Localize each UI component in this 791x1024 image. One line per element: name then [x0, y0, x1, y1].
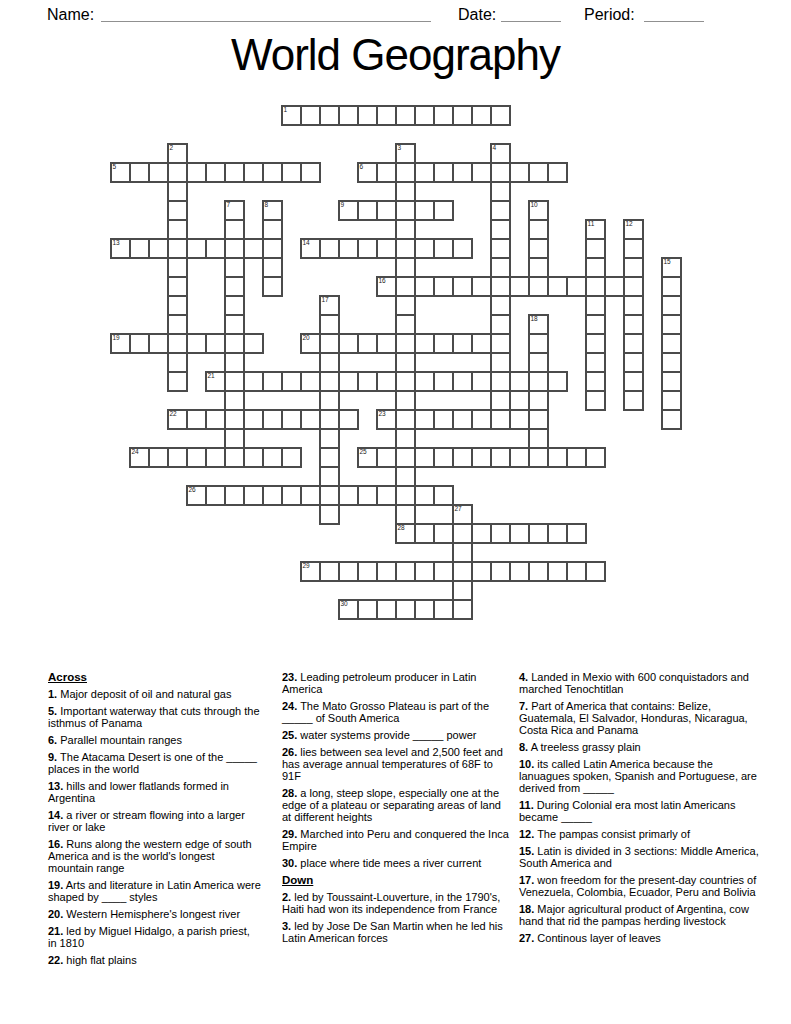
grid-cell[interactable]: [244, 163, 263, 182]
grid-cell[interactable]: 17: [320, 296, 339, 315]
grid-cell[interactable]: [396, 277, 415, 296]
clue-across-6: 6. Parallel mountain ranges: [48, 734, 261, 746]
clue-down-7: 7. Part of America that contains: Belize…: [519, 700, 765, 736]
grid-cell[interactable]: [529, 220, 548, 239]
grid-cell[interactable]: [377, 562, 396, 581]
grid-cell[interactable]: 10: [529, 201, 548, 220]
grid-cell[interactable]: [434, 448, 453, 467]
grid-cell[interactable]: [586, 353, 605, 372]
grid-cell[interactable]: [206, 448, 225, 467]
grid-cell[interactable]: [396, 372, 415, 391]
grid-cell[interactable]: [415, 239, 434, 258]
grid-cell[interactable]: 23: [377, 410, 396, 429]
grid-cell[interactable]: 6: [358, 163, 377, 182]
grid-cell[interactable]: [624, 277, 643, 296]
grid-cell[interactable]: [225, 410, 244, 429]
grid-cell[interactable]: [244, 239, 263, 258]
grid-cell[interactable]: [282, 163, 301, 182]
grid-cell[interactable]: [529, 372, 548, 391]
grid-cell[interactable]: [339, 239, 358, 258]
clue-across-29: 29. Marched into Peru and conquered the …: [282, 828, 511, 852]
grid-cell[interactable]: [567, 448, 586, 467]
grid-cell[interactable]: [624, 372, 643, 391]
grid-cell[interactable]: [472, 372, 491, 391]
grid-cell[interactable]: [320, 562, 339, 581]
grid-cell[interactable]: [586, 296, 605, 315]
grid-cell[interactable]: [320, 106, 339, 125]
grid-cell[interactable]: [396, 239, 415, 258]
grid-cell[interactable]: 14: [301, 239, 320, 258]
grid-cell[interactable]: [206, 486, 225, 505]
clue-number: 7: [227, 201, 231, 209]
grid-cell[interactable]: [168, 201, 187, 220]
grid-cell[interactable]: [586, 334, 605, 353]
grid-cell[interactable]: [662, 372, 681, 391]
grid-cell[interactable]: [510, 410, 529, 429]
grid-cell[interactable]: [168, 296, 187, 315]
grid-cell[interactable]: [491, 258, 510, 277]
grid-cell[interactable]: [206, 410, 225, 429]
grid-cell[interactable]: [339, 562, 358, 581]
grid-cell[interactable]: [263, 258, 282, 277]
grid-cell[interactable]: [434, 600, 453, 619]
grid-cell[interactable]: [396, 163, 415, 182]
grid-cell[interactable]: [396, 391, 415, 410]
grid-cell[interactable]: [301, 486, 320, 505]
grid-cell[interactable]: [510, 448, 529, 467]
grid-cell[interactable]: [586, 391, 605, 410]
grid-cell[interactable]: 20: [301, 334, 320, 353]
grid-cell[interactable]: 9: [339, 201, 358, 220]
grid-cell[interactable]: [434, 486, 453, 505]
grid-cell[interactable]: [377, 486, 396, 505]
grid-cell[interactable]: [396, 429, 415, 448]
grid-cell[interactable]: [320, 467, 339, 486]
grid-cell[interactable]: [225, 391, 244, 410]
grid-cell[interactable]: [396, 296, 415, 315]
grid-cell[interactable]: [225, 429, 244, 448]
grid-cell[interactable]: [225, 353, 244, 372]
grid-cell[interactable]: [301, 372, 320, 391]
grid-cell[interactable]: [586, 258, 605, 277]
grid-cell[interactable]: 5: [111, 163, 130, 182]
grid-cell[interactable]: [453, 448, 472, 467]
grid-cell[interactable]: 30: [339, 600, 358, 619]
grid-cell[interactable]: [225, 486, 244, 505]
grid-cell[interactable]: [263, 239, 282, 258]
grid-cell[interactable]: [130, 334, 149, 353]
grid-cell[interactable]: [586, 239, 605, 258]
grid-cell[interactable]: [396, 220, 415, 239]
grid-cell[interactable]: [567, 277, 586, 296]
grid-cell[interactable]: [396, 201, 415, 220]
grid-cell[interactable]: [491, 391, 510, 410]
grid-cell[interactable]: [491, 182, 510, 201]
grid-cell[interactable]: [662, 315, 681, 334]
grid-cell[interactable]: [377, 163, 396, 182]
grid-cell[interactable]: [320, 448, 339, 467]
grid-cell[interactable]: [662, 391, 681, 410]
grid-cell[interactable]: [529, 258, 548, 277]
grid-cell[interactable]: 13: [111, 239, 130, 258]
grid-cell[interactable]: [396, 106, 415, 125]
grid-cell[interactable]: [320, 410, 339, 429]
grid-cell[interactable]: 11: [586, 220, 605, 239]
grid-cell[interactable]: [491, 163, 510, 182]
grid-cell[interactable]: [567, 562, 586, 581]
grid-cell[interactable]: [415, 448, 434, 467]
grid-cell[interactable]: [624, 334, 643, 353]
grid-cell[interactable]: [225, 334, 244, 353]
grid-cell[interactable]: 1: [282, 106, 301, 125]
grid-cell[interactable]: [453, 277, 472, 296]
grid-cell[interactable]: [453, 410, 472, 429]
grid-cell[interactable]: [301, 163, 320, 182]
grid-cell[interactable]: [491, 277, 510, 296]
grid-cell[interactable]: [206, 334, 225, 353]
grid-cell[interactable]: [529, 391, 548, 410]
grid-cell[interactable]: [320, 429, 339, 448]
grid-cell[interactable]: [529, 429, 548, 448]
grid-cell[interactable]: [320, 315, 339, 334]
grid-cell[interactable]: [149, 448, 168, 467]
grid-cell[interactable]: 16: [377, 277, 396, 296]
grid-cell[interactable]: [529, 353, 548, 372]
grid-cell[interactable]: 27: [453, 505, 472, 524]
grid-cell[interactable]: [320, 372, 339, 391]
grid-cell[interactable]: [168, 258, 187, 277]
grid-cell[interactable]: [225, 277, 244, 296]
grid-cell[interactable]: [415, 372, 434, 391]
grid-cell[interactable]: [434, 524, 453, 543]
grid-cell[interactable]: [662, 334, 681, 353]
grid-cell[interactable]: [491, 524, 510, 543]
grid-cell[interactable]: [377, 448, 396, 467]
grid-cell[interactable]: [225, 258, 244, 277]
grid-cell[interactable]: [624, 353, 643, 372]
grid-cell[interactable]: [244, 448, 263, 467]
grid-cell[interactable]: 21: [206, 372, 225, 391]
grid-cell[interactable]: [339, 486, 358, 505]
grid-cell[interactable]: [320, 486, 339, 505]
grid-cell[interactable]: [586, 315, 605, 334]
grid-cell[interactable]: [396, 410, 415, 429]
grid-cell[interactable]: [529, 334, 548, 353]
clues-section: Across 1. Major deposit of oil and natur…: [48, 671, 765, 971]
grid-cell[interactable]: [358, 372, 377, 391]
grid-cell[interactable]: [168, 163, 187, 182]
grid-cell[interactable]: [415, 334, 434, 353]
grid-cell[interactable]: [320, 334, 339, 353]
grid-cell[interactable]: [529, 163, 548, 182]
grid-cell[interactable]: [434, 277, 453, 296]
grid-cell[interactable]: [548, 524, 567, 543]
grid-cell[interactable]: 8: [263, 201, 282, 220]
grid-cell[interactable]: [263, 448, 282, 467]
grid-cell[interactable]: [434, 562, 453, 581]
grid-cell[interactable]: [396, 467, 415, 486]
grid-cell[interactable]: [472, 163, 491, 182]
grid-cell[interactable]: [130, 163, 149, 182]
grid-cell[interactable]: 22: [168, 410, 187, 429]
grid-cell[interactable]: [168, 239, 187, 258]
grid-cell[interactable]: [510, 524, 529, 543]
grid-cell[interactable]: [320, 505, 339, 524]
grid-cell[interactable]: [320, 391, 339, 410]
grid-cell[interactable]: [225, 220, 244, 239]
grid-cell[interactable]: [453, 334, 472, 353]
grid-cell[interactable]: [206, 163, 225, 182]
grid-cell[interactable]: [358, 239, 377, 258]
grid-cell[interactable]: [168, 353, 187, 372]
grid-cell[interactable]: [396, 486, 415, 505]
grid-cell[interactable]: [358, 486, 377, 505]
grid-cell[interactable]: [244, 334, 263, 353]
grid-cell[interactable]: [339, 106, 358, 125]
grid-cell[interactable]: [662, 353, 681, 372]
grid-cell[interactable]: [586, 372, 605, 391]
grid-cell[interactable]: [396, 334, 415, 353]
grid-cell[interactable]: [377, 334, 396, 353]
grid-cell[interactable]: 7: [225, 201, 244, 220]
grid-cell[interactable]: 3: [396, 144, 415, 163]
grid-cell[interactable]: [586, 448, 605, 467]
grid-cell[interactable]: 25: [358, 448, 377, 467]
grid-cell[interactable]: 19: [111, 334, 130, 353]
grid-cell[interactable]: [187, 163, 206, 182]
grid-cell[interactable]: [149, 163, 168, 182]
grid-cell[interactable]: [472, 524, 491, 543]
grid-cell[interactable]: [396, 353, 415, 372]
grid-cell[interactable]: [529, 239, 548, 258]
grid-cell[interactable]: [358, 106, 377, 125]
grid-cell[interactable]: 29: [301, 562, 320, 581]
grid-cell[interactable]: [548, 163, 567, 182]
grid-cell[interactable]: [377, 239, 396, 258]
grid-cell[interactable]: [320, 239, 339, 258]
grid-cell[interactable]: [149, 334, 168, 353]
grid-cell[interactable]: [225, 448, 244, 467]
grid-cell[interactable]: 4: [491, 144, 510, 163]
grid-cell[interactable]: [358, 334, 377, 353]
grid-cell[interactable]: [472, 106, 491, 125]
grid-cell[interactable]: [377, 600, 396, 619]
grid-cell[interactable]: [624, 391, 643, 410]
grid-cell[interactable]: [510, 163, 529, 182]
grid-cell[interactable]: [415, 486, 434, 505]
grid-cell[interactable]: [662, 277, 681, 296]
grid-cell[interactable]: [187, 334, 206, 353]
grid-cell[interactable]: [491, 372, 510, 391]
grid-cell[interactable]: [396, 600, 415, 619]
grid-cell[interactable]: [168, 315, 187, 334]
grid-cell[interactable]: [529, 410, 548, 429]
grid-cell[interactable]: [320, 353, 339, 372]
grid-cell[interactable]: [415, 562, 434, 581]
grid-cell[interactable]: 2: [168, 144, 187, 163]
grid-cell[interactable]: [168, 182, 187, 201]
grid-cell[interactable]: [225, 296, 244, 315]
grid-cell[interactable]: [263, 486, 282, 505]
grid-cell[interactable]: [130, 239, 149, 258]
grid-cell[interactable]: [415, 410, 434, 429]
clue-number: 10: [531, 201, 538, 209]
grid-cell[interactable]: [396, 258, 415, 277]
grid-cell[interactable]: [453, 581, 472, 600]
grid-cell[interactable]: [624, 258, 643, 277]
grid-cell[interactable]: [491, 220, 510, 239]
grid-cell[interactable]: [301, 106, 320, 125]
grid-cell[interactable]: [168, 220, 187, 239]
grid-cell[interactable]: [434, 334, 453, 353]
grid-cell[interactable]: [415, 163, 434, 182]
grid-cell[interactable]: [282, 372, 301, 391]
grid-cell[interactable]: [282, 410, 301, 429]
grid-cell[interactable]: [377, 106, 396, 125]
grid-cell[interactable]: [491, 296, 510, 315]
grid-cell[interactable]: [453, 600, 472, 619]
grid-cell[interactable]: [472, 562, 491, 581]
grid-cell[interactable]: [567, 524, 586, 543]
grid-cell[interactable]: [472, 448, 491, 467]
grid-cell[interactable]: [339, 334, 358, 353]
grid-cell[interactable]: [529, 524, 548, 543]
grid-cell[interactable]: [453, 163, 472, 182]
grid-cell[interactable]: [396, 315, 415, 334]
grid-cell[interactable]: [605, 277, 624, 296]
grid-cell[interactable]: 15: [662, 258, 681, 277]
clue-number: 4: [493, 144, 497, 152]
grid-cell[interactable]: [548, 372, 567, 391]
grid-cell[interactable]: [244, 486, 263, 505]
grid-cell[interactable]: [510, 562, 529, 581]
grid-cell[interactable]: [396, 182, 415, 201]
grid-cell[interactable]: [491, 239, 510, 258]
grid-cell[interactable]: [453, 543, 472, 562]
grid-cell[interactable]: [548, 448, 567, 467]
grid-cell[interactable]: [529, 448, 548, 467]
grid-cell[interactable]: [415, 277, 434, 296]
grid-cell[interactable]: [491, 410, 510, 429]
grid-cell[interactable]: [453, 524, 472, 543]
grid-cell[interactable]: [434, 106, 453, 125]
grid-cell[interactable]: [453, 239, 472, 258]
grid-cell[interactable]: [396, 448, 415, 467]
grid-cell[interactable]: [472, 410, 491, 429]
grid-cell[interactable]: [548, 562, 567, 581]
grid-cell[interactable]: [168, 372, 187, 391]
grid-cell[interactable]: [377, 372, 396, 391]
grid-cell[interactable]: [168, 448, 187, 467]
grid-cell[interactable]: [491, 106, 510, 125]
grid-cell[interactable]: [168, 277, 187, 296]
grid-cell[interactable]: [225, 372, 244, 391]
grid-cell[interactable]: [225, 163, 244, 182]
clue-number: 15: [664, 258, 671, 266]
grid-cell[interactable]: [624, 239, 643, 258]
grid-cell[interactable]: [263, 163, 282, 182]
grid-cell[interactable]: [586, 277, 605, 296]
grid-cell[interactable]: [529, 562, 548, 581]
grid-cell[interactable]: [358, 201, 377, 220]
grid-cell[interactable]: 18: [529, 315, 548, 334]
grid-cell[interactable]: [491, 448, 510, 467]
grid-cell[interactable]: [491, 353, 510, 372]
grid-cell[interactable]: [453, 106, 472, 125]
clue-down-27: 27. Continous layer of leaves: [519, 932, 765, 944]
grid-cell[interactable]: [339, 410, 358, 429]
grid-cell[interactable]: [187, 410, 206, 429]
grid-cell[interactable]: [282, 448, 301, 467]
grid-cell[interactable]: [206, 239, 225, 258]
grid-cell[interactable]: [263, 372, 282, 391]
grid-cell[interactable]: [396, 562, 415, 581]
grid-cell[interactable]: [415, 524, 434, 543]
grid-cell[interactable]: [358, 600, 377, 619]
clue-number: 23: [379, 410, 386, 418]
grid-cell[interactable]: [529, 277, 548, 296]
grid-cell[interactable]: [624, 296, 643, 315]
grid-cell[interactable]: [491, 562, 510, 581]
grid-cell[interactable]: [662, 296, 681, 315]
grid-cell[interactable]: [586, 562, 605, 581]
grid-cell[interactable]: [244, 372, 263, 391]
grid-cell[interactable]: 24: [130, 448, 149, 467]
grid-cell[interactable]: [510, 372, 529, 391]
grid-cell[interactable]: [491, 315, 510, 334]
grid-cell[interactable]: [225, 315, 244, 334]
grid-cell[interactable]: [434, 201, 453, 220]
grid-cell[interactable]: [510, 277, 529, 296]
grid-cell[interactable]: [168, 334, 187, 353]
grid-cell[interactable]: [434, 163, 453, 182]
grid-cell[interactable]: [187, 239, 206, 258]
grid-cell[interactable]: [301, 410, 320, 429]
grid-cell[interactable]: [434, 239, 453, 258]
grid-cell[interactable]: [434, 372, 453, 391]
grid-cell[interactable]: [415, 600, 434, 619]
grid-cell[interactable]: [662, 410, 681, 429]
grid-cell[interactable]: [263, 220, 282, 239]
grid-cell[interactable]: [339, 372, 358, 391]
grid-cell[interactable]: [282, 486, 301, 505]
grid-cell[interactable]: [472, 334, 491, 353]
grid-cell[interactable]: [453, 562, 472, 581]
grid-cell[interactable]: [434, 410, 453, 429]
grid-cell[interactable]: [358, 562, 377, 581]
grid-cell[interactable]: [187, 448, 206, 467]
grid-cell[interactable]: [263, 277, 282, 296]
grid-cell[interactable]: 28: [396, 524, 415, 543]
grid-cell[interactable]: [415, 201, 434, 220]
grid-cell[interactable]: [377, 201, 396, 220]
grid-cell[interactable]: 26: [187, 486, 206, 505]
grid-cell[interactable]: [624, 315, 643, 334]
grid-cell[interactable]: [415, 106, 434, 125]
grid-cell[interactable]: [548, 277, 567, 296]
grid-cell[interactable]: [149, 239, 168, 258]
grid-cell[interactable]: 12: [624, 220, 643, 239]
grid-cell[interactable]: [225, 239, 244, 258]
grid-cell[interactable]: [491, 201, 510, 220]
grid-cell[interactable]: [244, 410, 263, 429]
grid-cell[interactable]: [472, 277, 491, 296]
grid-cell[interactable]: [263, 410, 282, 429]
grid-cell[interactable]: [453, 372, 472, 391]
grid-cell[interactable]: [396, 505, 415, 524]
grid-cell[interactable]: [491, 334, 510, 353]
clue-number: 24: [132, 448, 139, 456]
